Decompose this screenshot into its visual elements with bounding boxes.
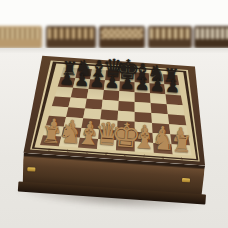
product-photo-chess-casket: abcdefgh ♜♞♝♛♚♝♞♜♟♟♟♟♟♟♟♟♟♟♟♟♟♟♟♟♜♞♝♛♚♝♞… <box>0 0 228 228</box>
field-shading <box>40 66 197 155</box>
chess-board: abcdefgh <box>0 0 228 228</box>
chess-casket: abcdefgh ♜♞♝♛♚♝♞♜♟♟♟♟♟♟♟♟♟♟♟♟♟♟♟♟♜♞♝♛♚♝♞… <box>0 0 228 228</box>
